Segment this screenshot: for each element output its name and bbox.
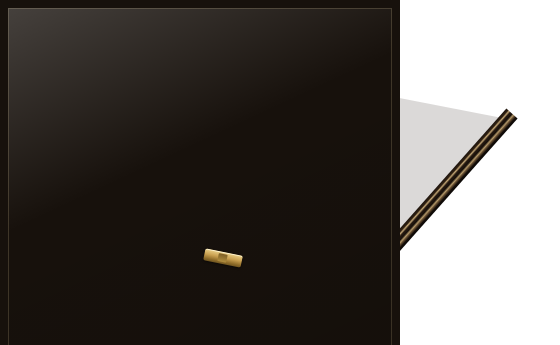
board-sheen <box>8 8 392 345</box>
product-photo-scene: HGFEDCBA1122334455667788HGFEDCBA ♜♞♝♛♚♝♞… <box>0 0 560 345</box>
chess-board: HGFEDCBA1122334455667788HGFEDCBA <box>0 0 400 345</box>
